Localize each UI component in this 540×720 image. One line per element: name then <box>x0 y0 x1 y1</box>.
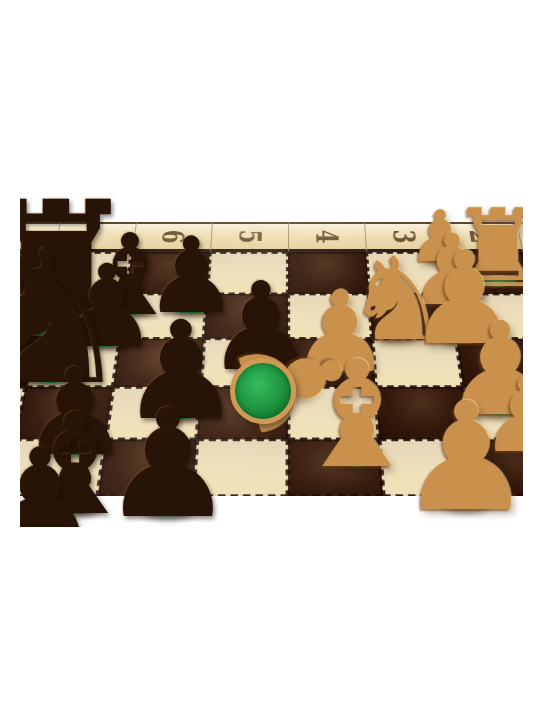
black-pawn: ♟ <box>101 389 235 527</box>
product-photo: 65432 ♜♞♝♟♟♟♟♟♝♟♟♞♜♟♟♟♟♝♟♟♟♟ <box>0 0 540 720</box>
white-pawn: ♟ <box>399 382 523 527</box>
pieces-layer: ♜♞♝♟♟♟♟♟♝♟♟♞♜♟♟♟♟♝♟♟♟♟ <box>20 180 523 527</box>
black-pawn: ♟ <box>20 431 100 527</box>
photo-area: 65432 ♜♞♝♟♟♟♟♟♝♟♟♞♜♟♟♟♟♝♟♟♟♟ <box>20 180 523 527</box>
